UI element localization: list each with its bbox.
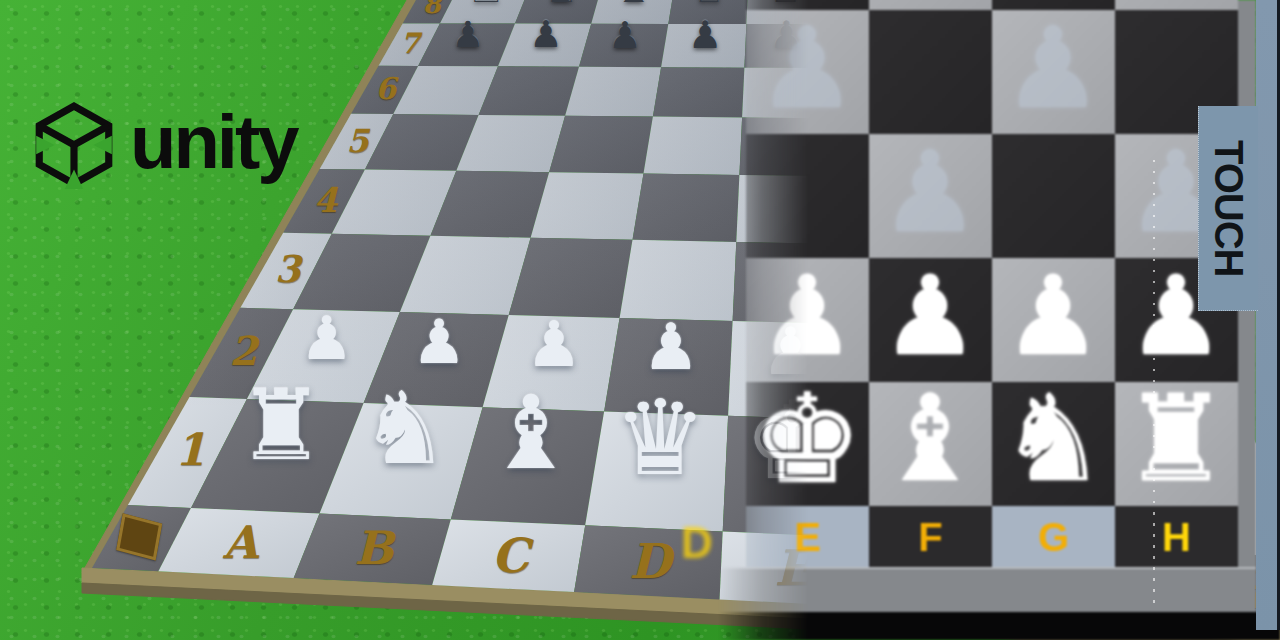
square-2d-g3[interactable] <box>992 134 1115 258</box>
right-blue-bar <box>1256 0 1280 630</box>
board-2d-frame-bottom <box>690 567 1256 614</box>
piece-2d-white-pawn-g2[interactable]: ♟ <box>1004 261 1103 371</box>
file-label-cell-2d-h: H <box>1115 506 1238 568</box>
file-label-2d-h: H <box>1115 506 1238 568</box>
file-label-2d-g: G <box>992 506 1115 568</box>
piece-2d-white-pawn-e2[interactable]: ♟ <box>758 261 857 371</box>
file-label-cell-2d-e: E <box>746 506 869 568</box>
touch-tab-label: TOUCH <box>1209 140 1249 276</box>
unity-cube-icon <box>28 98 120 194</box>
square-2d-h5[interactable] <box>1115 0 1238 10</box>
piece-2d-white-knight-g1[interactable]: ♞ <box>999 379 1107 499</box>
bottom-black-bar <box>690 612 1280 640</box>
file-label-2d-f: F <box>869 506 992 568</box>
ghost-piece-2d-white-pawn-g4: ♟ <box>1003 12 1103 124</box>
touch-tab-button[interactable]: TOUCH <box>1198 106 1258 311</box>
unity-logo: unity <box>28 98 297 194</box>
ghost-piece-2d-white-pawn-f3: ♟ <box>880 136 980 248</box>
square-2d-e3[interactable] <box>746 134 869 258</box>
file-label-cell-2d-g: G <box>992 506 1115 568</box>
file-label-cell-2d-f: F <box>869 506 992 568</box>
piece-2d-white-rook-h1[interactable]: ♜ <box>1122 379 1230 499</box>
piece-2d-white-king-e1[interactable]: ♚ <box>751 377 862 501</box>
square-2d-f5[interactable] <box>869 0 992 10</box>
file-label-d-glow: D <box>681 518 713 568</box>
piece-2d-white-pawn-f2[interactable]: ♟ <box>881 261 980 371</box>
scene: 12345678ABCDEFGH♜♞♝♛♚♟♟♟♟♟♜♞♝♛♚♟♟♟♟♟ uni… <box>0 0 1280 640</box>
board-2d: EFGH♚♝♞♜♟♟♟♟♟♟♟♟ <box>746 0 1238 568</box>
dotted-guide-line <box>1153 160 1155 608</box>
board-2d-overlay: EFGH♚♝♞♜♟♟♟♟♟♟♟♟ TOUCH <box>690 0 1280 640</box>
unity-wordmark: unity <box>130 104 297 180</box>
ghost-piece-2d-white-pawn-e4: ♟ <box>757 12 857 124</box>
piece-2d-white-bishop-f1[interactable]: ♝ <box>876 379 984 499</box>
square-2d-f4[interactable] <box>869 10 992 134</box>
file-label-2d-e: E <box>746 506 869 568</box>
